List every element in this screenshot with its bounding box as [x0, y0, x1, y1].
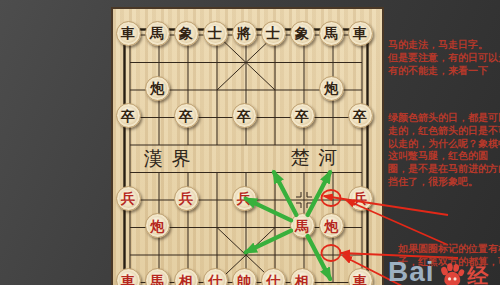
piece-layer: 車馬象士將士象馬車炮炮卒卒卒卒卒兵兵兵兵炮馬炮車馬相仕帥仕相車: [114, 19, 375, 285]
watermark-text-bai: Bai: [388, 256, 435, 285]
note-line: 有的不能走，来看一下: [388, 65, 500, 78]
piece-red-soldier[interactable]: 兵: [174, 186, 199, 211]
piece-black-soldier[interactable]: 卒: [290, 103, 315, 128]
piece-black-soldier[interactable]: 卒: [116, 103, 141, 128]
piece-red-soldier[interactable]: 兵: [116, 186, 141, 211]
piece-black-horse[interactable]: 馬: [145, 21, 170, 46]
note-line: 以走的，为什么呢？象棋中: [388, 138, 500, 151]
piece-black-horse[interactable]: 馬: [319, 21, 344, 46]
piece-red-general[interactable]: 帥: [232, 268, 257, 285]
piece-red-horse[interactable]: 馬: [290, 213, 315, 238]
piece-red-elephant[interactable]: 相: [290, 268, 315, 285]
note-line: 这叫蹩马腿，红色的圆: [388, 150, 500, 163]
note-line: 如果圆圈标记的位置有棋: [398, 243, 500, 256]
piece-black-cannon[interactable]: 炮: [319, 76, 344, 101]
piece-black-elephant[interactable]: 象: [174, 21, 199, 46]
note-line: 绿颜色箭头的日，都是可以: [388, 112, 500, 125]
watermark-text-jingyan: 经验: [467, 262, 500, 285]
note-line: 马的走法，马走日字。: [388, 39, 500, 52]
piece-red-chariot[interactable]: 車: [116, 268, 141, 285]
screenshot-canvas: 漢界 楚河 車馬象士將士象馬車炮炮卒卒卒卒卒兵兵兵兵炮馬炮車馬相仕帥仕相車 马的…: [0, 0, 500, 285]
note-line: 圈，是不是在马前进的方向: [388, 163, 500, 176]
piece-red-cannon[interactable]: 炮: [319, 213, 344, 238]
piece-red-cannon[interactable]: 炮: [145, 213, 170, 238]
piece-red-soldier[interactable]: 兵: [348, 186, 373, 211]
piece-black-soldier[interactable]: 卒: [232, 103, 257, 128]
piece-red-advisor[interactable]: 仕: [261, 268, 286, 285]
piece-red-horse[interactable]: 馬: [145, 268, 170, 285]
piece-black-elephant[interactable]: 象: [290, 21, 315, 46]
piece-red-elephant[interactable]: 相: [174, 268, 199, 285]
note-line: 但是要注意，有的日可以走，: [388, 52, 500, 65]
baidu-jingyan-watermark: Bai 经验: [388, 256, 500, 285]
note-line: 走的，红色箭头的日是不可: [388, 125, 500, 138]
piece-black-chariot[interactable]: 車: [348, 21, 373, 46]
piece-black-general[interactable]: 將: [232, 21, 257, 46]
piece-red-soldier[interactable]: 兵: [232, 186, 257, 211]
piece-black-soldier[interactable]: 卒: [348, 103, 373, 128]
piece-red-chariot[interactable]: 車: [348, 268, 373, 285]
piece-black-advisor[interactable]: 士: [261, 21, 286, 46]
baidu-paw-icon: [439, 258, 466, 285]
piece-red-advisor[interactable]: 仕: [203, 268, 228, 285]
piece-black-chariot[interactable]: 車: [116, 21, 141, 46]
note-horse-rule: 马的走法，马走日字。 但是要注意，有的日可以走， 有的不能走，来看一下: [388, 39, 500, 77]
note-blocked-leg-explanation: 绿颜色箭头的日，都是可以 走的，红色箭头的日是不可 以走的，为什么呢？象棋中 这…: [388, 112, 500, 189]
piece-black-soldier[interactable]: 卒: [174, 103, 199, 128]
piece-black-cannon[interactable]: 炮: [145, 76, 170, 101]
piece-black-advisor[interactable]: 士: [203, 21, 228, 46]
note-line: 挡住了，很形象吧。: [388, 176, 500, 189]
